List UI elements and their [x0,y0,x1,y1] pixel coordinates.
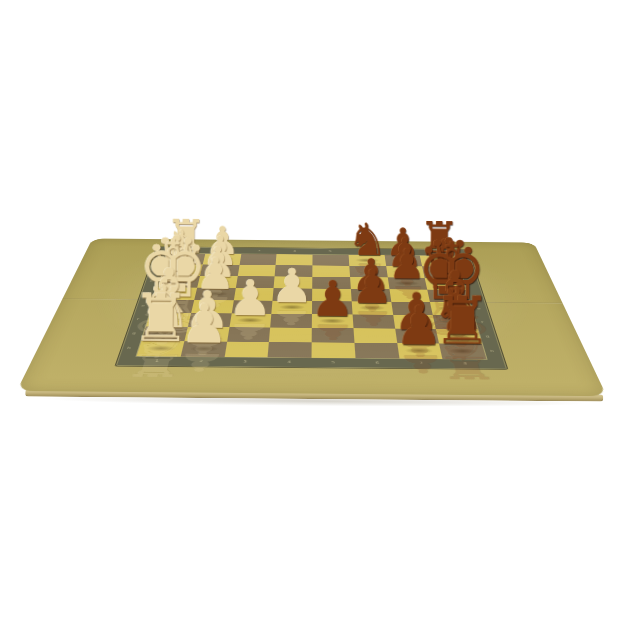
white-rook-icon: ♜ [131,287,191,348]
piece-reflection: ♜ [121,351,190,379]
chessboard: 1234567812345678abcdefghabcdefgh ♜♜♟♟♞♞♟… [116,247,507,369]
coord-label: 5 [329,250,332,252]
piece-reflection: ♟ [269,309,313,327]
pieces-layer: ♜♜♟♟♞♞♟♟♜♜♟♟♟♟♞♞♝♝♟♟♟♟♝♝♛♛♟♟♟♟♛♛♚♚♟♟♟♟♚♚… [116,247,507,369]
product-photo-scene: 1234567812345678abcdefghabcdefgh ♜♜♟♟♞♞♟… [0,0,625,625]
black-pawn-icon: ♟ [310,275,355,321]
white-pawn-icon: ♟ [271,264,314,308]
board-scene: 1234567812345678abcdefghabcdefgh ♜♜♟♟♞♞♟… [0,0,625,625]
black-pawn-icon: ♟ [351,264,394,308]
folding-board-mat: 1234567812345678abcdefghabcdefgh ♜♜♟♟♞♞♟… [17,239,607,397]
coord-label: 7 [399,251,402,253]
coord-label: 6 [364,251,367,253]
coord-label: 2 [222,249,225,251]
coord-label: 3 [257,250,260,252]
piece-reflection: ♟ [395,353,449,376]
white-pawn-icon: ♟ [228,275,273,321]
piece-reflection: ♟ [225,322,273,342]
black-rook-icon: ♜ [433,290,493,351]
piece-reflection: ♟ [310,322,356,342]
coord-label: 4 [293,250,296,252]
